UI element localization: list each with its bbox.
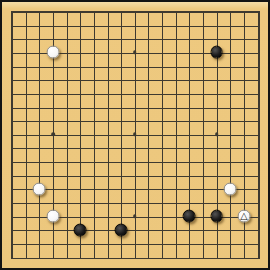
black-stone-q4[interactable] (210, 210, 223, 223)
hoshi-dot (215, 133, 219, 137)
black-stone-q16[interactable] (210, 46, 223, 59)
white-stone-d16[interactable] (47, 46, 60, 59)
hoshi-dot (133, 133, 137, 137)
hoshi-dot (133, 51, 137, 55)
triangle-last-move-mark-icon: △ (240, 211, 247, 221)
go-board[interactable]: △ (0, 0, 270, 270)
hoshi-dot (133, 214, 137, 218)
white-stone-r6[interactable] (224, 182, 237, 195)
black-stone-o4[interactable] (183, 210, 196, 223)
white-stone-d4[interactable] (47, 210, 60, 223)
white-stone-c6[interactable] (33, 182, 46, 195)
white-stone-s4[interactable]: △ (238, 210, 251, 223)
black-stone-j3[interactable] (115, 223, 128, 236)
hoshi-dot (51, 133, 55, 137)
black-stone-f3[interactable] (74, 223, 87, 236)
